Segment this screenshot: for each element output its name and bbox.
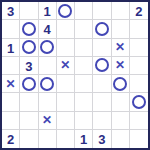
cell-r6c1[interactable]	[2, 93, 20, 111]
cell-r8c8[interactable]	[130, 130, 148, 148]
cell-r5c7[interactable]	[112, 75, 130, 93]
cell-r7c6[interactable]	[93, 112, 111, 130]
cell-r8c7[interactable]	[112, 130, 130, 148]
cross-mark: ✕	[42, 114, 52, 126]
cell-r1c4[interactable]	[57, 2, 75, 20]
cell-r1c7[interactable]	[112, 2, 130, 20]
cell-r7c8[interactable]	[130, 112, 148, 130]
cell-r4c2: 3	[20, 57, 38, 75]
cell-r8c2[interactable]	[20, 130, 38, 148]
cell-r6c4[interactable]	[57, 93, 75, 111]
cell-r5c8[interactable]	[130, 75, 148, 93]
puzzle-board: 31241✕3✕✕✕✕213	[0, 0, 150, 150]
cell-r8c1: 2	[2, 130, 20, 148]
cell-r7c2[interactable]	[20, 112, 38, 130]
cell-r5c6[interactable]	[93, 75, 111, 93]
cell-r4c4[interactable]: ✕	[57, 57, 75, 75]
circle-mark	[40, 77, 54, 91]
cell-r8c6: 3	[93, 130, 111, 148]
cross-mark: ✕	[6, 78, 16, 90]
cell-r5c5[interactable]	[75, 75, 93, 93]
cell-r1c3: 1	[39, 2, 57, 20]
cell-r1c6[interactable]	[93, 2, 111, 20]
cell-r7c4[interactable]	[57, 112, 75, 130]
circle-mark	[95, 22, 109, 36]
cell-r1c1: 3	[2, 2, 20, 20]
clue-number: 3	[25, 59, 32, 72]
cell-r3c5[interactable]	[75, 39, 93, 57]
cell-r5c2[interactable]	[20, 75, 38, 93]
cell-r7c7[interactable]	[112, 112, 130, 130]
cell-r5c1[interactable]: ✕	[2, 75, 20, 93]
cell-r2c4[interactable]	[57, 20, 75, 38]
clue-number: 2	[135, 5, 142, 18]
clue-number: 4	[44, 23, 51, 36]
clue-number: 1	[7, 41, 14, 54]
cell-r8c3[interactable]	[39, 130, 57, 148]
cell-r3c8[interactable]	[130, 39, 148, 57]
cell-r2c6[interactable]	[93, 20, 111, 38]
cell-r5c3[interactable]	[39, 75, 57, 93]
circle-mark	[22, 77, 36, 91]
circle-mark	[113, 77, 127, 91]
cell-r6c8[interactable]	[130, 93, 148, 111]
cell-r3c3[interactable]	[39, 39, 57, 57]
circle-mark	[22, 40, 36, 54]
cross-mark: ✕	[115, 59, 125, 71]
cell-r2c8[interactable]	[130, 20, 148, 38]
cell-r3c4[interactable]	[57, 39, 75, 57]
cross-mark: ✕	[60, 59, 70, 71]
puzzle-screen: 31241✕3✕✕✕✕213	[0, 0, 150, 150]
cell-r8c4[interactable]	[57, 130, 75, 148]
clue-number: 2	[7, 133, 14, 146]
cell-r1c2[interactable]	[20, 2, 38, 20]
cell-r6c3[interactable]	[39, 93, 57, 111]
circle-mark	[95, 58, 109, 72]
cell-r4c1[interactable]	[2, 57, 20, 75]
cell-r7c3[interactable]: ✕	[39, 112, 57, 130]
cell-r3c7[interactable]: ✕	[112, 39, 130, 57]
cell-r3c1: 1	[2, 39, 20, 57]
clue-number: 1	[44, 5, 51, 18]
cell-r4c8[interactable]	[130, 57, 148, 75]
circle-mark	[132, 95, 146, 109]
cell-r6c5[interactable]	[75, 93, 93, 111]
circle-mark	[22, 22, 36, 36]
circle-mark	[58, 4, 72, 18]
cell-r4c7[interactable]: ✕	[112, 57, 130, 75]
cell-r2c2[interactable]	[20, 20, 38, 38]
circle-mark	[40, 40, 54, 54]
cell-r7c5[interactable]	[75, 112, 93, 130]
clue-number: 1	[80, 133, 87, 146]
clue-number: 3	[98, 133, 105, 146]
cell-r2c7[interactable]	[112, 20, 130, 38]
cell-r4c3[interactable]	[39, 57, 57, 75]
cell-r2c3: 4	[39, 20, 57, 38]
cell-r5c4[interactable]	[57, 75, 75, 93]
clue-number: 3	[7, 5, 14, 18]
cell-r1c8: 2	[130, 2, 148, 20]
cell-r4c5[interactable]	[75, 57, 93, 75]
cell-r3c2[interactable]	[20, 39, 38, 57]
cell-r6c7[interactable]	[112, 93, 130, 111]
cell-r6c6[interactable]	[93, 93, 111, 111]
cell-r6c2[interactable]	[20, 93, 38, 111]
cell-r2c5[interactable]	[75, 20, 93, 38]
cell-r2c1[interactable]	[2, 20, 20, 38]
cell-r1c5[interactable]	[75, 2, 93, 20]
cross-mark: ✕	[115, 41, 125, 53]
cell-r7c1[interactable]	[2, 112, 20, 130]
cell-r3c6[interactable]	[93, 39, 111, 57]
cell-r4c6[interactable]	[93, 57, 111, 75]
cell-r8c5: 1	[75, 130, 93, 148]
